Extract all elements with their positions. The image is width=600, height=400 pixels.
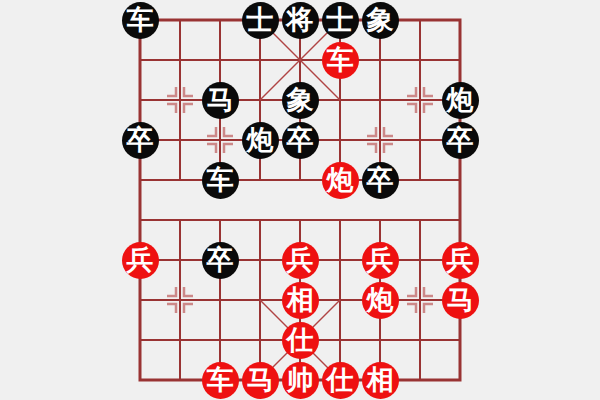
piece-red-cannon[interactable]: 炮 bbox=[322, 162, 359, 199]
piece-black-pawn[interactable]: 卒 bbox=[282, 122, 319, 159]
piece-red-advisor[interactable]: 仕 bbox=[282, 322, 319, 359]
piece-black-horse[interactable]: 马 bbox=[202, 82, 239, 119]
piece-black-general[interactable]: 将 bbox=[282, 2, 319, 39]
xiangqi-board: 车士将士象车马象炮卒炮卒卒车炮卒兵卒兵兵兵相炮马仕车马帅仕相 bbox=[0, 0, 600, 400]
piece-red-advisor[interactable]: 仕 bbox=[322, 362, 359, 399]
piece-red-elephant[interactable]: 相 bbox=[362, 362, 399, 399]
piece-black-elephant[interactable]: 象 bbox=[282, 82, 319, 119]
piece-red-cannon[interactable]: 炮 bbox=[362, 282, 399, 319]
piece-black-cannon[interactable]: 炮 bbox=[242, 122, 279, 159]
piece-black-elephant[interactable]: 象 bbox=[362, 2, 399, 39]
piece-black-pawn[interactable]: 卒 bbox=[362, 162, 399, 199]
piece-red-chariot[interactable]: 车 bbox=[202, 362, 239, 399]
piece-red-pawn[interactable]: 兵 bbox=[362, 242, 399, 279]
piece-black-chariot[interactable]: 车 bbox=[202, 162, 239, 199]
piece-black-cannon[interactable]: 炮 bbox=[442, 82, 479, 119]
piece-black-pawn[interactable]: 卒 bbox=[122, 122, 159, 159]
piece-black-advisor[interactable]: 士 bbox=[322, 2, 359, 39]
piece-black-advisor[interactable]: 士 bbox=[242, 2, 279, 39]
piece-red-general[interactable]: 帅 bbox=[282, 362, 319, 399]
piece-black-pawn[interactable]: 卒 bbox=[442, 122, 479, 159]
piece-red-horse[interactable]: 马 bbox=[442, 282, 479, 319]
piece-red-chariot[interactable]: 车 bbox=[322, 42, 359, 79]
piece-red-elephant[interactable]: 相 bbox=[282, 282, 319, 319]
piece-red-horse[interactable]: 马 bbox=[242, 362, 279, 399]
piece-red-pawn[interactable]: 兵 bbox=[442, 242, 479, 279]
piece-red-pawn[interactable]: 兵 bbox=[282, 242, 319, 279]
board-grid[interactable]: 车士将士象车马象炮卒炮卒卒车炮卒兵卒兵兵兵相炮马仕车马帅仕相 bbox=[120, 0, 480, 400]
piece-black-chariot[interactable]: 车 bbox=[122, 2, 159, 39]
piece-red-pawn[interactable]: 兵 bbox=[122, 242, 159, 279]
piece-black-pawn[interactable]: 卒 bbox=[202, 242, 239, 279]
